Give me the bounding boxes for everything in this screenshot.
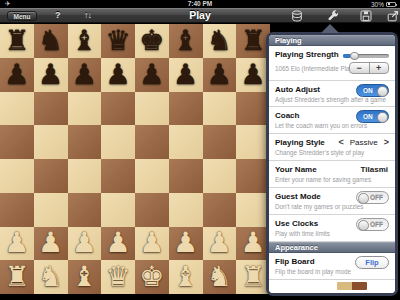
black-pawn[interactable]: ♟ — [241, 61, 266, 89]
square-e4[interactable] — [135, 159, 169, 193]
section-header-appearance: Appearance — [269, 242, 395, 253]
square-e5[interactable] — [135, 125, 169, 159]
section-header-playing: Playing — [269, 35, 395, 46]
square-d5[interactable] — [101, 125, 135, 159]
white-rook[interactable]: ♜ — [4, 263, 29, 291]
square-c1[interactable]: ♝ — [68, 260, 102, 294]
playing-style-value: Passive — [350, 137, 378, 148]
black-queen[interactable]: ♛ — [106, 27, 131, 55]
square-g2[interactable]: ♟ — [203, 227, 237, 261]
stepper-plus-button[interactable]: + — [370, 63, 389, 73]
chess-board[interactable]: ♜♞♝♛♚♝♞♜♟♟♟♟♟♟♟♟♟♟♟♟♟♟♟♟♜♞♝♛♚♝♞♜ — [0, 24, 270, 294]
black-bishop[interactable]: ♝ — [173, 27, 198, 55]
white-knight[interactable]: ♞ — [38, 263, 63, 291]
black-pawn[interactable]: ♟ — [139, 61, 164, 89]
square-d6[interactable] — [101, 92, 135, 126]
square-g1[interactable]: ♞ — [203, 260, 237, 294]
square-b7[interactable]: ♟ — [34, 58, 68, 92]
toggle-state-label: ON — [363, 85, 373, 97]
your-name-field[interactable]: Tilasmi — [361, 165, 388, 174]
next-style-button[interactable]: > — [384, 137, 389, 148]
battery-percent: 30% — [371, 1, 384, 8]
strength-stepper[interactable]: − + — [349, 62, 389, 74]
black-pawn[interactable]: ♟ — [173, 61, 198, 89]
white-bishop[interactable]: ♝ — [72, 263, 97, 291]
square-b3[interactable] — [34, 193, 68, 227]
thumb-light-square — [337, 282, 352, 290]
black-bishop[interactable]: ♝ — [72, 27, 97, 55]
battery-icon — [386, 2, 396, 7]
auto-adjust-toggle[interactable]: ON — [356, 84, 389, 97]
status-bar: ✈ 7:40 PM 30% — [0, 0, 400, 8]
row-board-style-partial — [269, 280, 395, 296]
stepper-minus-button[interactable]: − — [350, 63, 370, 73]
white-pawn[interactable]: ♟ — [106, 229, 131, 257]
square-f4[interactable] — [169, 159, 203, 193]
black-pawn[interactable]: ♟ — [4, 61, 29, 89]
white-pawn[interactable]: ♟ — [139, 229, 164, 257]
white-bishop[interactable]: ♝ — [173, 263, 198, 291]
black-knight[interactable]: ♞ — [207, 27, 232, 55]
white-pawn[interactable]: ♟ — [38, 229, 63, 257]
toggle-knob — [358, 193, 369, 204]
toggle-state-label: ON — [363, 111, 373, 123]
row-flip-board: Flip Board Flip Flip the board in play m… — [269, 253, 395, 280]
square-c3[interactable] — [68, 193, 102, 227]
toggle-state-label: OFF — [370, 192, 383, 204]
toggle-state-label: OFF — [370, 219, 383, 231]
square-d1[interactable]: ♛ — [101, 260, 135, 294]
square-e2[interactable]: ♟ — [135, 227, 169, 261]
square-g3[interactable] — [203, 193, 237, 227]
slider-knob[interactable] — [350, 52, 359, 61]
square-f6[interactable] — [169, 92, 203, 126]
square-b4[interactable] — [34, 159, 68, 193]
square-c4[interactable] — [68, 159, 102, 193]
square-b6[interactable] — [34, 92, 68, 126]
playing-style-subtitle: Change Shredder's style of play — [275, 148, 389, 157]
black-pawn[interactable]: ♟ — [72, 61, 97, 89]
square-d8[interactable]: ♛ — [101, 24, 135, 58]
square-a2[interactable]: ♟ — [0, 227, 34, 261]
games-database-icon[interactable] — [291, 10, 303, 22]
board-style-thumbnail[interactable] — [337, 282, 367, 290]
square-c2[interactable]: ♟ — [68, 227, 102, 261]
square-g6[interactable] — [203, 92, 237, 126]
black-rook[interactable]: ♜ — [4, 27, 29, 55]
square-d2[interactable]: ♟ — [101, 227, 135, 261]
save-icon[interactable] — [360, 10, 372, 22]
square-f2[interactable]: ♟ — [169, 227, 203, 261]
square-c5[interactable] — [68, 125, 102, 159]
square-a5[interactable] — [0, 125, 34, 159]
clock-time: 7:40 PM — [0, 0, 400, 8]
black-pawn[interactable]: ♟ — [38, 61, 63, 89]
square-a8[interactable]: ♜ — [0, 24, 34, 58]
square-a4[interactable] — [0, 159, 34, 193]
toggle-knob — [377, 112, 388, 123]
square-b2[interactable]: ♟ — [34, 227, 68, 261]
square-h8[interactable]: ♜ — [236, 24, 270, 58]
square-d7[interactable]: ♟ — [101, 58, 135, 92]
black-pawn[interactable]: ♟ — [207, 61, 232, 89]
row-use-clocks: Use Clocks OFF Play with time limits — [269, 215, 395, 242]
square-h7[interactable]: ♟ — [236, 58, 270, 92]
white-pawn[interactable]: ♟ — [4, 229, 29, 257]
square-e6[interactable] — [135, 92, 169, 126]
square-e8[interactable]: ♚ — [135, 24, 169, 58]
thumb-dark-square — [352, 282, 367, 290]
square-c7[interactable]: ♟ — [68, 58, 102, 92]
row-playing-strength: Playing Strength 1065 Elo (Intermediate … — [269, 46, 395, 81]
toggle-knob — [377, 86, 388, 97]
white-king[interactable]: ♚ — [139, 263, 164, 291]
square-b5[interactable] — [34, 125, 68, 159]
square-f5[interactable] — [169, 125, 203, 159]
square-a7[interactable]: ♟ — [0, 58, 34, 92]
use-clocks-toggle[interactable]: OFF — [356, 218, 389, 231]
square-f8[interactable]: ♝ — [169, 24, 203, 58]
square-g4[interactable] — [203, 159, 237, 193]
square-h2[interactable]: ♟ — [236, 227, 270, 261]
square-f3[interactable] — [169, 193, 203, 227]
square-g8[interactable]: ♞ — [203, 24, 237, 58]
row-auto-adjust: Auto Adjust ON Adjust Shredder's strengt… — [269, 81, 395, 107]
row-your-name: Your Name Tilasmi Enter your name for sa… — [269, 161, 395, 188]
row-guest-mode: Guest Mode OFF Don't rate my games or pu… — [269, 188, 395, 215]
black-rook[interactable]: ♜ — [241, 27, 266, 55]
previous-style-button[interactable]: < — [338, 137, 343, 148]
square-d3[interactable] — [101, 193, 135, 227]
settings-wrench-icon[interactable] — [327, 10, 339, 22]
row-playing-style: Playing Style < Passive > Change Shredde… — [269, 134, 395, 161]
square-f7[interactable]: ♟ — [169, 58, 203, 92]
square-a3[interactable] — [0, 193, 34, 227]
square-e7[interactable]: ♟ — [135, 58, 169, 92]
your-name-subtitle: Enter your name for saving games — [275, 175, 389, 184]
guest-mode-toggle[interactable]: OFF — [356, 191, 389, 204]
white-knight[interactable]: ♞ — [207, 263, 232, 291]
black-knight[interactable]: ♞ — [38, 27, 63, 55]
square-g7[interactable]: ♟ — [203, 58, 237, 92]
square-e3[interactable] — [135, 193, 169, 227]
square-h3[interactable] — [236, 193, 270, 227]
white-pawn[interactable]: ♟ — [72, 229, 97, 257]
share-icon[interactable] — [387, 10, 399, 22]
white-queen[interactable]: ♛ — [106, 263, 131, 291]
row-coach: Coach ON Let the coach warn you on error… — [269, 107, 395, 134]
square-h5[interactable] — [236, 125, 270, 159]
square-a1[interactable]: ♜ — [0, 260, 34, 294]
black-pawn[interactable]: ♟ — [106, 61, 131, 89]
square-e1[interactable]: ♚ — [135, 260, 169, 294]
square-c6[interactable] — [68, 92, 102, 126]
toolbar: Menu ? ↑↓ Play — [0, 8, 400, 23]
popover-arrow — [321, 24, 339, 33]
page-title: Play — [0, 8, 400, 23]
square-h1[interactable]: ♜ — [236, 260, 270, 294]
white-pawn[interactable]: ♟ — [207, 229, 232, 257]
coach-toggle[interactable]: ON — [356, 110, 389, 123]
flip-button[interactable]: Flip — [355, 256, 389, 269]
square-f1[interactable]: ♝ — [169, 260, 203, 294]
square-d4[interactable] — [101, 159, 135, 193]
white-pawn[interactable]: ♟ — [173, 229, 198, 257]
square-h4[interactable] — [236, 159, 270, 193]
white-pawn[interactable]: ♟ — [241, 229, 266, 257]
slider-fill — [343, 54, 350, 58]
square-h6[interactable] — [236, 92, 270, 126]
settings-popover: Playing Playing Strength 1065 Elo (Inter… — [266, 32, 398, 296]
playing-strength-slider[interactable] — [343, 51, 389, 59]
white-rook[interactable]: ♜ — [241, 263, 266, 291]
square-a6[interactable] — [0, 92, 34, 126]
square-b8[interactable]: ♞ — [34, 24, 68, 58]
square-c8[interactable]: ♝ — [68, 24, 102, 58]
toggle-knob — [358, 220, 369, 231]
black-king[interactable]: ♚ — [139, 27, 164, 55]
playing-style-chooser: < Passive > — [338, 137, 389, 148]
square-g5[interactable] — [203, 125, 237, 159]
square-b1[interactable]: ♞ — [34, 260, 68, 294]
